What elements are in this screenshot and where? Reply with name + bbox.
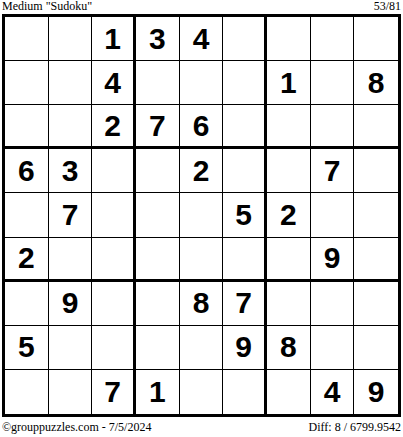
difficulty-text: Diff: 8 / 6799.9542 <box>309 420 401 434</box>
given-digit: 9 <box>368 375 385 409</box>
cell-r2c8[interactable] <box>311 61 355 105</box>
cell-r9c1[interactable] <box>5 370 49 414</box>
cell-r5c9[interactable] <box>354 193 398 237</box>
cell-r9c5[interactable] <box>180 370 224 414</box>
given-digit: 7 <box>235 286 252 320</box>
cell-r5c4[interactable] <box>136 193 180 237</box>
given-digit: 7 <box>62 198 79 232</box>
cell-r9c9[interactable]: 9 <box>354 370 398 414</box>
cell-r4c1[interactable]: 6 <box>5 149 49 193</box>
cell-r2c3[interactable]: 4 <box>92 61 136 105</box>
cell-r4c4[interactable] <box>136 149 180 193</box>
cell-r6c4[interactable] <box>136 238 180 282</box>
given-digit: 1 <box>104 22 121 56</box>
given-digit: 7 <box>104 375 121 409</box>
cell-r8c3[interactable] <box>92 326 136 370</box>
cell-r6c9[interactable] <box>354 238 398 282</box>
cell-r2c9[interactable]: 8 <box>354 61 398 105</box>
cell-r6c7[interactable] <box>267 238 311 282</box>
cell-r8c7[interactable]: 8 <box>267 326 311 370</box>
given-digit: 2 <box>18 241 35 275</box>
given-digit: 4 <box>104 66 121 100</box>
cell-r8c2[interactable] <box>49 326 93 370</box>
cell-r2c5[interactable] <box>180 61 224 105</box>
cell-r6c8[interactable]: 9 <box>311 238 355 282</box>
cell-r4c9[interactable] <box>354 149 398 193</box>
cell-r5c7[interactable]: 2 <box>267 193 311 237</box>
copyright-text: ©grouppuzzles.com - 7/5/2024 <box>2 420 151 434</box>
cell-r4c8[interactable]: 7 <box>311 149 355 193</box>
cell-r5c1[interactable] <box>5 193 49 237</box>
given-digit: 5 <box>18 330 35 364</box>
given-digit: 9 <box>324 241 341 275</box>
header: Medium "Sudoku" 53/81 <box>2 0 401 13</box>
cell-r8c6[interactable]: 9 <box>223 326 267 370</box>
cell-r6c3[interactable] <box>92 238 136 282</box>
cell-r7c4[interactable] <box>136 282 180 326</box>
given-digit: 7 <box>324 154 341 188</box>
cell-r3c8[interactable] <box>311 105 355 149</box>
cell-r5c8[interactable] <box>311 193 355 237</box>
cell-r9c2[interactable] <box>49 370 93 414</box>
cell-r4c2[interactable]: 3 <box>49 149 93 193</box>
clue-counter: 53/81 <box>374 0 401 13</box>
cell-r3c7[interactable] <box>267 105 311 149</box>
cell-r8c8[interactable] <box>311 326 355 370</box>
cell-r6c2[interactable] <box>49 238 93 282</box>
cell-r7c6[interactable]: 7 <box>223 282 267 326</box>
cell-r6c1[interactable]: 2 <box>5 238 49 282</box>
sudoku-page: Medium "Sudoku" 53/81 134418276632775229… <box>0 0 403 437</box>
cell-r7c8[interactable] <box>311 282 355 326</box>
cell-r8c5[interactable] <box>180 326 224 370</box>
cell-r1c5[interactable]: 4 <box>180 17 224 61</box>
cell-r5c2[interactable]: 7 <box>49 193 93 237</box>
given-digit: 3 <box>62 154 79 188</box>
cell-r3c6[interactable] <box>223 105 267 149</box>
given-digit: 6 <box>18 154 35 188</box>
cell-r3c9[interactable] <box>354 105 398 149</box>
given-digit: 9 <box>235 330 252 364</box>
given-digit: 2 <box>193 154 210 188</box>
cell-r9c3[interactable]: 7 <box>92 370 136 414</box>
cell-r8c9[interactable] <box>354 326 398 370</box>
cell-r1c7[interactable] <box>267 17 311 61</box>
cell-r2c6[interactable] <box>223 61 267 105</box>
cell-r4c7[interactable] <box>267 149 311 193</box>
cell-r8c1[interactable]: 5 <box>5 326 49 370</box>
cell-r2c4[interactable] <box>136 61 180 105</box>
cell-r5c6[interactable]: 5 <box>223 193 267 237</box>
page-title: Medium "Sudoku" <box>2 0 92 13</box>
cell-r8c4[interactable] <box>136 326 180 370</box>
given-digit: 5 <box>235 198 252 232</box>
sudoku-grid: 1344182766327752299875987149 <box>2 14 401 417</box>
cell-r1c1[interactable] <box>5 17 49 61</box>
given-digit: 6 <box>193 109 210 143</box>
cell-r3c1[interactable] <box>5 105 49 149</box>
cell-r7c2[interactable]: 9 <box>49 282 93 326</box>
cell-r7c5[interactable]: 8 <box>180 282 224 326</box>
footer: ©grouppuzzles.com - 7/5/2024 Diff: 8 / 6… <box>2 420 401 434</box>
cell-r1c8[interactable] <box>311 17 355 61</box>
cell-r3c3[interactable]: 2 <box>92 105 136 149</box>
cell-r9c6[interactable] <box>223 370 267 414</box>
cell-r2c2[interactable] <box>49 61 93 105</box>
cell-r9c7[interactable] <box>267 370 311 414</box>
cell-r4c6[interactable] <box>223 149 267 193</box>
cell-r3c2[interactable] <box>49 105 93 149</box>
cell-r6c5[interactable] <box>180 238 224 282</box>
given-digit: 1 <box>149 375 166 409</box>
cell-r5c3[interactable] <box>92 193 136 237</box>
given-digit: 4 <box>193 22 210 56</box>
cell-r5c5[interactable] <box>180 193 224 237</box>
cell-r2c1[interactable] <box>5 61 49 105</box>
cell-r3c4[interactable]: 7 <box>136 105 180 149</box>
cell-r9c8[interactable]: 4 <box>311 370 355 414</box>
cell-r1c4[interactable]: 3 <box>136 17 180 61</box>
cell-r1c9[interactable] <box>354 17 398 61</box>
cell-r7c1[interactable] <box>5 282 49 326</box>
cell-r6c6[interactable] <box>223 238 267 282</box>
cell-r7c7[interactable] <box>267 282 311 326</box>
given-digit: 9 <box>62 286 79 320</box>
cell-r7c9[interactable] <box>354 282 398 326</box>
given-digit: 1 <box>280 66 297 100</box>
given-digit: 7 <box>149 109 166 143</box>
given-digit: 4 <box>324 375 341 409</box>
cell-r4c3[interactable] <box>92 149 136 193</box>
given-digit: 8 <box>280 330 297 364</box>
cell-r9c4[interactable]: 1 <box>136 370 180 414</box>
given-digit: 8 <box>368 66 385 100</box>
cell-r2c7[interactable]: 1 <box>267 61 311 105</box>
given-digit: 8 <box>193 286 210 320</box>
cell-r1c6[interactable] <box>223 17 267 61</box>
given-digit: 2 <box>104 109 121 143</box>
cell-r3c5[interactable]: 6 <box>180 105 224 149</box>
given-digit: 2 <box>280 198 297 232</box>
cell-r1c2[interactable] <box>49 17 93 61</box>
cell-r4c5[interactable]: 2 <box>180 149 224 193</box>
cell-r7c3[interactable] <box>92 282 136 326</box>
cell-r1c3[interactable]: 1 <box>92 17 136 61</box>
given-digit: 3 <box>149 22 166 56</box>
